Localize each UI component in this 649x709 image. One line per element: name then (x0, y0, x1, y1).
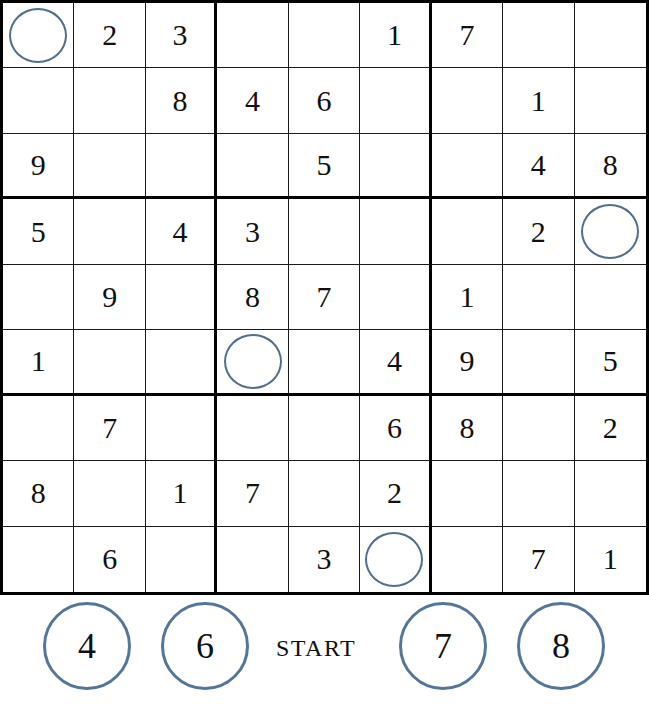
given-digit: 7 (102, 411, 117, 445)
choice-circle-7[interactable]: 7 (399, 602, 487, 690)
grid-cell-r7c5[interactable] (289, 396, 360, 461)
given-digit: 5 (603, 344, 618, 378)
grid-cell-r9c8[interactable]: 7 (503, 527, 574, 592)
grid-cell-r2c2[interactable] (74, 68, 145, 133)
grid-cell-r5c7[interactable]: 1 (432, 265, 503, 330)
grid-cell-r1c2[interactable]: 2 (74, 3, 145, 68)
grid-cell-r8c3[interactable]: 1 (146, 461, 217, 526)
grid-cell-r5c5[interactable]: 7 (289, 265, 360, 330)
grid-cell-r9c7[interactable] (432, 527, 503, 592)
given-digit: 4 (173, 215, 188, 249)
choice-digit: 8 (552, 625, 570, 667)
grid-cell-r4c7[interactable] (432, 199, 503, 264)
given-digit: 2 (531, 215, 546, 249)
given-digit: 1 (603, 542, 618, 576)
grid-cell-r9c3[interactable] (146, 527, 217, 592)
grid-cell-r1c3[interactable]: 3 (146, 3, 217, 68)
grid-cell-r9c9[interactable]: 1 (575, 527, 646, 592)
given-digit: 7 (316, 280, 331, 314)
grid-cell-r6c2[interactable] (74, 330, 145, 395)
grid-cell-r7c8[interactable] (503, 396, 574, 461)
grid-cell-r5c4[interactable]: 8 (217, 265, 288, 330)
grid-cell-r3c7[interactable] (432, 134, 503, 199)
grid-cell-r7c9[interactable]: 2 (575, 396, 646, 461)
given-digit: 8 (31, 476, 46, 510)
grid-cell-r3c6[interactable] (360, 134, 431, 199)
grid-cell-r8c2[interactable] (74, 461, 145, 526)
grid-cell-r8c4[interactable]: 7 (217, 461, 288, 526)
start-label: START (276, 635, 356, 662)
grid-cell-r4c1[interactable]: 5 (3, 199, 74, 264)
grid-cell-r6c4[interactable] (217, 330, 288, 395)
grid-cell-r8c1[interactable]: 8 (3, 461, 74, 526)
grid-cell-r2c3[interactable]: 8 (146, 68, 217, 133)
grid-cell-r7c1[interactable] (3, 396, 74, 461)
given-digit: 2 (603, 411, 618, 445)
grid-cell-r1c4[interactable] (217, 3, 288, 68)
given-digit: 7 (531, 542, 546, 576)
choice-circle-8[interactable]: 8 (517, 602, 605, 690)
grid-cell-r6c3[interactable] (146, 330, 217, 395)
grid-cell-r4c9[interactable] (575, 199, 646, 264)
grid-cell-r9c1[interactable] (3, 527, 74, 592)
grid-cell-r3c9[interactable]: 8 (575, 134, 646, 199)
grid-cell-r6c5[interactable] (289, 330, 360, 395)
given-digit: 8 (459, 411, 474, 445)
grid-cell-r5c8[interactable] (503, 265, 574, 330)
grid-cell-r9c6[interactable] (360, 527, 431, 592)
grid-cell-r4c8[interactable]: 2 (503, 199, 574, 264)
grid-cell-r8c6[interactable]: 2 (360, 461, 431, 526)
grid-cell-r5c1[interactable] (3, 265, 74, 330)
grid-cell-r7c4[interactable] (217, 396, 288, 461)
grid-cell-r9c5[interactable]: 3 (289, 527, 360, 592)
given-digit: 5 (316, 148, 331, 182)
grid-cell-r1c7[interactable]: 7 (432, 3, 503, 68)
given-digit: 6 (387, 411, 402, 445)
grid-cell-r7c6[interactable]: 6 (360, 396, 431, 461)
given-digit: 2 (102, 18, 117, 52)
given-digit: 6 (316, 84, 331, 118)
empty-circle-marker (581, 204, 639, 259)
given-digit: 8 (603, 148, 618, 182)
grid-cell-r3c8[interactable]: 4 (503, 134, 574, 199)
grid-cell-r7c2[interactable]: 7 (74, 396, 145, 461)
choice-circle-4[interactable]: 4 (43, 602, 131, 690)
grid-cell-r2c5[interactable]: 6 (289, 68, 360, 133)
grid-cell-r1c9[interactable] (575, 3, 646, 68)
sudoku-board: 231784619548543298711495768281726371 (0, 0, 649, 595)
grid-cell-r7c3[interactable] (146, 396, 217, 461)
grid-cell-r1c1[interactable] (3, 3, 74, 68)
given-digit: 1 (173, 476, 188, 510)
grid-cell-r6c8[interactable] (503, 330, 574, 395)
choice-digit: 6 (196, 625, 214, 667)
grid-cell-r2c1[interactable] (3, 68, 74, 133)
given-digit: 2 (387, 476, 402, 510)
given-digit: 1 (387, 18, 402, 52)
grid-cell-r3c5[interactable]: 5 (289, 134, 360, 199)
grid-cell-r2c4[interactable]: 4 (217, 68, 288, 133)
grid-cell-r3c3[interactable] (146, 134, 217, 199)
grid-cell-r5c9[interactable] (575, 265, 646, 330)
grid-cell-r6c7[interactable]: 9 (432, 330, 503, 395)
grid-cell-r8c9[interactable] (575, 461, 646, 526)
grid-cell-r8c7[interactable] (432, 461, 503, 526)
given-digit: 5 (31, 215, 46, 249)
given-digit: 7 (245, 476, 260, 510)
grid-cell-r9c2[interactable]: 6 (74, 527, 145, 592)
given-digit: 8 (173, 84, 188, 118)
given-digit: 4 (531, 148, 546, 182)
grid-cell-r5c3[interactable] (146, 265, 217, 330)
given-digit: 8 (245, 280, 260, 314)
grid-cell-r4c4[interactable]: 3 (217, 199, 288, 264)
empty-circle-marker (9, 8, 67, 63)
grid-cell-r5c6[interactable] (360, 265, 431, 330)
grid-cell-r3c2[interactable] (74, 134, 145, 199)
grid-cell-r1c8[interactable] (503, 3, 574, 68)
given-digit: 4 (245, 84, 260, 118)
grid-cell-r3c4[interactable] (217, 134, 288, 199)
grid-cell-r6c6[interactable]: 4 (360, 330, 431, 395)
given-digit: 1 (31, 344, 46, 378)
choice-digit: 4 (78, 625, 96, 667)
grid-cell-r2c7[interactable] (432, 68, 503, 133)
given-digit: 3 (173, 18, 188, 52)
empty-circle-marker (224, 334, 282, 389)
given-digit: 3 (245, 215, 260, 249)
grid-cell-r2c6[interactable] (360, 68, 431, 133)
grid-cell-r3c1[interactable]: 9 (3, 134, 74, 199)
given-digit: 6 (102, 542, 117, 576)
grid-cell-r8c5[interactable] (289, 461, 360, 526)
grid-cell-r4c6[interactable] (360, 199, 431, 264)
grid-cell-r1c5[interactable] (289, 3, 360, 68)
choice-digit: 7 (434, 625, 452, 667)
grid-cell-r2c8[interactable]: 1 (503, 68, 574, 133)
given-digit: 9 (459, 344, 474, 378)
given-digit: 4 (387, 344, 402, 378)
empty-circle-marker (365, 532, 423, 587)
grid-cell-r7c7[interactable]: 8 (432, 396, 503, 461)
choice-circle-6[interactable]: 6 (161, 602, 249, 690)
grid-cell-r2c9[interactable] (575, 68, 646, 133)
given-digit: 1 (459, 280, 474, 314)
grid-cell-r5c2[interactable]: 9 (74, 265, 145, 330)
given-digit: 1 (531, 84, 546, 118)
grid-cell-r4c5[interactable] (289, 199, 360, 264)
grid-cell-r4c2[interactable] (74, 199, 145, 264)
given-digit: 3 (316, 542, 331, 576)
grid-cell-r8c8[interactable] (503, 461, 574, 526)
grid-cell-r6c9[interactable]: 5 (575, 330, 646, 395)
grid-cell-r1c6[interactable]: 1 (360, 3, 431, 68)
choice-tray: 4 6 START 7 8 (0, 595, 649, 709)
given-digit: 9 (102, 280, 117, 314)
grid-cell-r6c1[interactable]: 1 (3, 330, 74, 395)
given-digit: 7 (459, 18, 474, 52)
given-digit: 9 (31, 148, 46, 182)
grid-cell-r9c4[interactable] (217, 527, 288, 592)
grid-cell-r4c3[interactable]: 4 (146, 199, 217, 264)
